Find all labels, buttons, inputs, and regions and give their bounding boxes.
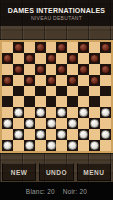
white-man-piece[interactable] [47,119,56,128]
dark-square[interactable] [35,42,46,53]
black-man-piece[interactable] [3,76,12,85]
black-man-piece[interactable] [47,54,56,63]
light-square [56,96,67,107]
light-square [24,129,35,140]
light-square [89,107,100,118]
undo-button[interactable]: UNDO [39,163,73,181]
dark-square[interactable] [89,118,100,129]
black-man-piece[interactable] [90,76,99,85]
dark-square[interactable] [67,75,78,86]
light-square [46,129,57,140]
light-square [35,118,46,129]
light-square [78,140,89,151]
black-man-piece[interactable] [47,76,56,85]
app-root: DAMES INTERNATIONALES NIVEAU DEBUTANT NE… [0,0,113,200]
white-man-piece[interactable] [25,119,34,128]
light-square [100,53,111,64]
light-square [56,118,67,129]
dark-square[interactable] [67,96,78,107]
dark-square[interactable] [56,64,67,75]
black-man-piece[interactable] [14,65,23,74]
white-count-label: Blanc: 20 [26,188,55,195]
dark-square[interactable] [67,140,78,151]
dark-square[interactable] [56,42,67,53]
dark-square[interactable] [89,96,100,107]
black-man-piece[interactable] [101,43,110,52]
light-square [67,42,78,53]
dark-square[interactable] [13,42,24,53]
dark-square[interactable] [78,86,89,97]
white-man-piece[interactable] [101,108,110,117]
dark-square[interactable] [2,75,13,86]
white-man-piece[interactable] [90,119,99,128]
light-square [35,96,46,107]
black-man-piece[interactable] [68,54,77,63]
light-square [13,118,24,129]
light-square [78,75,89,86]
black-count-label: Noir: 20 [63,188,87,195]
dark-square[interactable] [46,96,57,107]
white-man-piece[interactable] [3,141,12,150]
light-square [35,53,46,64]
header: DAMES INTERNATIONALES NIVEAU DEBUTANT [0,0,113,26]
white-man-piece[interactable] [36,108,45,117]
dark-square[interactable] [46,75,57,86]
light-square [89,42,100,53]
light-square [13,96,24,107]
light-square [100,75,111,86]
black-man-piece[interactable] [101,65,110,74]
dark-square[interactable] [67,53,78,64]
dark-square[interactable] [100,42,111,53]
light-square [56,140,67,151]
black-man-piece[interactable] [36,65,45,74]
dark-square[interactable] [56,129,67,140]
dark-square[interactable] [35,86,46,97]
black-man-piece[interactable] [79,65,88,74]
light-square [67,86,78,97]
white-man-piece[interactable] [47,141,56,150]
dark-square[interactable] [89,53,100,64]
dark-square[interactable] [56,86,67,97]
light-square [13,140,24,151]
dark-square[interactable] [78,107,89,118]
light-square [24,86,35,97]
black-man-piece[interactable] [25,76,34,85]
light-square [67,129,78,140]
light-square [24,64,35,75]
light-square [2,107,13,118]
light-square [13,75,24,86]
light-square [78,96,89,107]
light-square [2,42,13,53]
dark-square[interactable] [78,64,89,75]
dark-square[interactable] [13,107,24,118]
dark-square[interactable] [2,140,13,151]
status-bar: Blanc: 20 Noir: 20 [0,182,113,200]
light-square [2,129,13,140]
light-square [46,86,57,97]
dark-square[interactable] [100,129,111,140]
light-square [56,53,67,64]
light-square [67,64,78,75]
button-bar: NEW UNDO MENU [0,163,113,181]
light-square [89,86,100,97]
dark-square[interactable] [78,42,89,53]
light-square [35,140,46,151]
light-square [56,75,67,86]
light-square [46,42,57,53]
dark-square[interactable] [2,96,13,107]
black-man-piece[interactable] [25,54,34,63]
dark-square[interactable] [67,118,78,129]
white-man-piece[interactable] [14,108,23,117]
light-square [67,107,78,118]
white-man-piece[interactable] [57,130,66,139]
white-man-piece[interactable] [68,141,77,150]
white-man-piece[interactable] [79,108,88,117]
dark-square[interactable] [13,129,24,140]
dark-square[interactable] [46,140,57,151]
light-square [89,64,100,75]
dark-square[interactable] [46,53,57,64]
black-man-piece[interactable] [3,54,12,63]
dark-square[interactable] [46,118,57,129]
light-square [78,118,89,129]
light-square [100,140,111,151]
light-square [24,42,35,53]
new-button[interactable]: NEW [2,163,36,181]
white-man-piece[interactable] [68,119,77,128]
white-man-piece[interactable] [36,130,45,139]
black-man-piece[interactable] [90,54,99,63]
black-man-piece[interactable] [68,76,77,85]
black-man-piece[interactable] [14,43,23,52]
dark-square[interactable] [56,107,67,118]
dark-square[interactable] [24,140,35,151]
dark-square[interactable] [2,53,13,64]
light-square [89,129,100,140]
dark-square[interactable] [35,64,46,75]
light-square [35,75,46,86]
white-man-piece[interactable] [101,130,110,139]
light-square [100,118,111,129]
black-man-piece[interactable] [79,43,88,52]
light-square [78,53,89,64]
dark-square[interactable] [100,86,111,97]
white-man-piece[interactable] [57,108,66,117]
light-square [13,53,24,64]
light-square [24,107,35,118]
white-man-piece[interactable] [90,141,99,150]
dark-square[interactable] [100,107,111,118]
black-man-piece[interactable] [36,43,45,52]
menu-button[interactable]: MENU [77,163,111,181]
board[interactable] [0,40,113,153]
light-square [2,64,13,75]
dark-square[interactable] [2,118,13,129]
dark-square[interactable] [24,96,35,107]
dark-square[interactable] [24,75,35,86]
black-man-piece[interactable] [57,43,66,52]
dark-square[interactable] [13,64,24,75]
white-man-piece[interactable] [3,119,12,128]
dark-square[interactable] [89,75,100,86]
dark-square[interactable] [100,64,111,75]
white-man-piece[interactable] [14,130,23,139]
white-man-piece[interactable] [25,141,34,150]
light-square [46,64,57,75]
light-square [46,107,57,118]
dark-square[interactable] [89,140,100,151]
dark-square[interactable] [35,129,46,140]
dark-square[interactable] [24,118,35,129]
app-title: DAMES INTERNATIONALES [8,7,105,15]
light-square [2,86,13,97]
dark-square[interactable] [78,129,89,140]
white-man-piece[interactable] [79,130,88,139]
dark-square[interactable] [24,53,35,64]
dark-square[interactable] [13,86,24,97]
light-square [100,96,111,107]
black-man-piece[interactable] [57,65,66,74]
level-subtitle: NIVEAU DEBUTANT [31,15,82,22]
dark-square[interactable] [35,107,46,118]
